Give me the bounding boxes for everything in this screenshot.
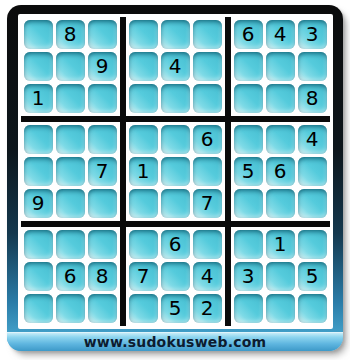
cell-r9c9[interactable] xyxy=(298,294,327,323)
cell-r3c8[interactable] xyxy=(266,84,295,113)
cell-r9c1[interactable] xyxy=(24,294,53,323)
cell-r1c9[interactable]: 3 xyxy=(298,20,327,49)
site-url: www.sudokusweb.com xyxy=(84,334,267,350)
cell-r8c4[interactable]: 7 xyxy=(129,262,158,291)
cell-r6c8[interactable] xyxy=(266,189,295,218)
box-1-2: 4 xyxy=(126,17,225,116)
cell-r5c1[interactable] xyxy=(24,157,53,186)
cell-r9c5[interactable]: 5 xyxy=(161,294,190,323)
cell-r8c2[interactable]: 6 xyxy=(56,262,85,291)
cell-r3c2[interactable] xyxy=(56,84,85,113)
cell-r4c4[interactable] xyxy=(129,125,158,154)
cell-r4c7[interactable] xyxy=(234,125,263,154)
cell-r8c1[interactable] xyxy=(24,262,53,291)
cell-r7c4[interactable] xyxy=(129,230,158,259)
board-white-ring: 89146438796174566867452135 xyxy=(18,14,333,329)
cell-r6c1[interactable]: 9 xyxy=(24,189,53,218)
cell-r9c7[interactable] xyxy=(234,294,263,323)
cell-r5c5[interactable] xyxy=(161,157,190,186)
cell-r7c3[interactable] xyxy=(88,230,117,259)
box-2-2: 617 xyxy=(126,122,225,221)
box-2-1: 79 xyxy=(21,122,120,221)
cell-r6c5[interactable] xyxy=(161,189,190,218)
cell-r9c2[interactable] xyxy=(56,294,85,323)
board-area: 89146438796174566867452135 xyxy=(7,5,343,332)
cell-r3c5[interactable] xyxy=(161,84,190,113)
cell-r2c9[interactable] xyxy=(298,52,327,81)
cell-r7c8[interactable]: 1 xyxy=(266,230,295,259)
cell-r8c8[interactable] xyxy=(266,262,295,291)
cell-r3c6[interactable] xyxy=(193,84,222,113)
cell-r5c6[interactable] xyxy=(193,157,222,186)
cell-r9c6[interactable]: 2 xyxy=(193,294,222,323)
cell-r2c6[interactable] xyxy=(193,52,222,81)
cell-r2c1[interactable] xyxy=(24,52,53,81)
cell-r9c8[interactable] xyxy=(266,294,295,323)
cell-r6c4[interactable] xyxy=(129,189,158,218)
cell-r3c3[interactable] xyxy=(88,84,117,113)
cell-r4c6[interactable]: 6 xyxy=(193,125,222,154)
cell-r1c8[interactable]: 4 xyxy=(266,20,295,49)
cell-r5c7[interactable]: 5 xyxy=(234,157,263,186)
cell-r9c3[interactable] xyxy=(88,294,117,323)
box-3-1: 68 xyxy=(21,227,120,326)
cell-r3c4[interactable] xyxy=(129,84,158,113)
cell-r2c4[interactable] xyxy=(129,52,158,81)
page: 89146438796174566867452135 www.sudokuswe… xyxy=(0,0,350,360)
cell-r5c8[interactable]: 6 xyxy=(266,157,295,186)
cell-r4c5[interactable] xyxy=(161,125,190,154)
cell-r2c7[interactable] xyxy=(234,52,263,81)
cell-r4c9[interactable]: 4 xyxy=(298,125,327,154)
cell-r4c2[interactable] xyxy=(56,125,85,154)
cell-r9c4[interactable] xyxy=(129,294,158,323)
cell-r1c6[interactable] xyxy=(193,20,222,49)
cell-r8c9[interactable]: 5 xyxy=(298,262,327,291)
cell-r2c2[interactable] xyxy=(56,52,85,81)
cell-r2c3[interactable]: 9 xyxy=(88,52,117,81)
box-1-3: 6438 xyxy=(231,17,330,116)
cell-r5c4[interactable]: 1 xyxy=(129,157,158,186)
sudoku-board: 89146438796174566867452135 xyxy=(21,17,330,326)
cell-r3c1[interactable]: 1 xyxy=(24,84,53,113)
cell-r7c2[interactable] xyxy=(56,230,85,259)
cell-r1c1[interactable] xyxy=(24,20,53,49)
cell-r7c1[interactable] xyxy=(24,230,53,259)
cell-r7c5[interactable]: 6 xyxy=(161,230,190,259)
cell-r7c7[interactable] xyxy=(234,230,263,259)
cell-r5c9[interactable] xyxy=(298,157,327,186)
cell-r7c6[interactable] xyxy=(193,230,222,259)
cell-r5c3[interactable]: 7 xyxy=(88,157,117,186)
cell-r8c7[interactable]: 3 xyxy=(234,262,263,291)
cell-r2c5[interactable]: 4 xyxy=(161,52,190,81)
cell-r6c9[interactable] xyxy=(298,189,327,218)
cell-r8c5[interactable] xyxy=(161,262,190,291)
cell-r6c2[interactable] xyxy=(56,189,85,218)
box-3-2: 67452 xyxy=(126,227,225,326)
cell-r8c3[interactable]: 8 xyxy=(88,262,117,291)
cell-r1c3[interactable] xyxy=(88,20,117,49)
cell-r6c3[interactable] xyxy=(88,189,117,218)
cell-r1c2[interactable]: 8 xyxy=(56,20,85,49)
cell-r1c4[interactable] xyxy=(129,20,158,49)
cell-r4c3[interactable] xyxy=(88,125,117,154)
cell-r2c8[interactable] xyxy=(266,52,295,81)
box-3-3: 135 xyxy=(231,227,330,326)
box-1-1: 891 xyxy=(21,17,120,116)
cell-r6c6[interactable]: 7 xyxy=(193,189,222,218)
cell-r3c7[interactable] xyxy=(234,84,263,113)
cell-r5c2[interactable] xyxy=(56,157,85,186)
cell-r4c8[interactable] xyxy=(266,125,295,154)
cell-r8c6[interactable]: 4 xyxy=(193,262,222,291)
box-2-3: 456 xyxy=(231,122,330,221)
cell-r6c7[interactable] xyxy=(234,189,263,218)
cell-r7c9[interactable] xyxy=(298,230,327,259)
cell-r1c5[interactable] xyxy=(161,20,190,49)
sudoku-frame: 89146438796174566867452135 www.sudokuswe… xyxy=(7,5,343,351)
cell-r1c7[interactable]: 6 xyxy=(234,20,263,49)
cell-r4c1[interactable] xyxy=(24,125,53,154)
cell-r3c9[interactable]: 8 xyxy=(298,84,327,113)
footer-bar: www.sudokusweb.com xyxy=(7,332,343,351)
